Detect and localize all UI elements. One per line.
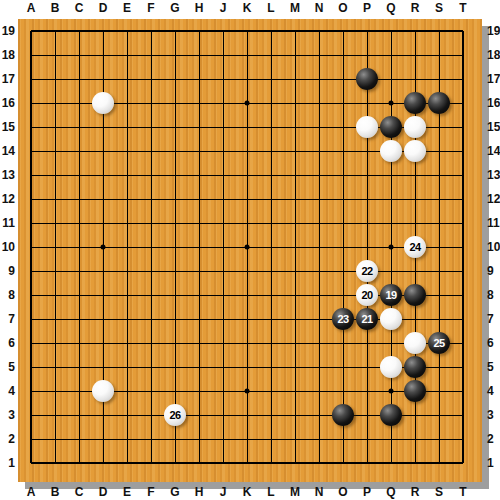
coord-label-bottom-K: K — [237, 485, 257, 499]
coord-label-bottom-B: B — [45, 485, 65, 499]
stone-black-Q15[interactable] — [380, 116, 402, 138]
coord-label-right-16: 16 — [487, 96, 500, 110]
coord-label-right-6: 6 — [487, 336, 500, 350]
coord-label-top-L: L — [261, 1, 281, 15]
coord-label-top-C: C — [69, 1, 89, 15]
coord-label-left-4: 4 — [0, 384, 15, 398]
coord-label-right-1: 1 — [487, 456, 500, 470]
coord-label-left-14: 14 — [0, 144, 15, 158]
coord-label-right-18: 18 — [487, 48, 500, 62]
coord-label-bottom-J: J — [213, 485, 233, 499]
coord-label-top-K: K — [237, 1, 257, 15]
star-point-Q16 — [389, 101, 394, 106]
star-point-Q10 — [389, 245, 394, 250]
coord-label-left-9: 9 — [0, 264, 15, 278]
coord-label-bottom-S: S — [429, 485, 449, 499]
coord-label-left-6: 6 — [0, 336, 15, 350]
stone-white-R6[interactable] — [404, 332, 426, 354]
coord-label-right-4: 4 — [487, 384, 500, 398]
move-number-label: 21 — [356, 308, 378, 330]
move-number-label: 23 — [332, 308, 354, 330]
coord-label-right-10: 10 — [487, 240, 500, 254]
coord-label-bottom-E: E — [117, 485, 137, 499]
move-number-label: 25 — [428, 332, 450, 354]
stone-black-P7[interactable]: 21 — [356, 308, 378, 330]
star-point-Q4 — [389, 389, 394, 394]
star-point-K16 — [245, 101, 250, 106]
coord-label-top-A: A — [21, 1, 41, 15]
coord-label-bottom-F: F — [141, 485, 161, 499]
coord-label-right-13: 13 — [487, 168, 500, 182]
coord-label-left-13: 13 — [0, 168, 15, 182]
coord-label-bottom-N: N — [309, 485, 329, 499]
coord-label-bottom-P: P — [357, 485, 377, 499]
move-number-label: 22 — [356, 260, 378, 282]
coord-label-top-F: F — [141, 1, 161, 15]
coord-label-left-19: 19 — [0, 24, 15, 38]
coord-label-right-15: 15 — [487, 120, 500, 134]
move-number-label: 24 — [404, 236, 426, 258]
coord-label-top-E: E — [117, 1, 137, 15]
coord-label-bottom-L: L — [261, 485, 281, 499]
star-point-K10 — [245, 245, 250, 250]
stone-black-S6[interactable]: 25 — [428, 332, 450, 354]
stone-white-R15[interactable] — [404, 116, 426, 138]
coord-label-bottom-D: D — [93, 485, 113, 499]
coord-label-bottom-C: C — [69, 485, 89, 499]
stone-black-O7[interactable]: 23 — [332, 308, 354, 330]
stone-white-R10[interactable]: 24 — [404, 236, 426, 258]
move-number-label: 20 — [356, 284, 378, 306]
coord-label-left-17: 17 — [0, 72, 15, 86]
stone-black-Q8[interactable]: 19 — [380, 284, 402, 306]
stone-white-P8[interactable]: 20 — [356, 284, 378, 306]
stone-white-G3[interactable]: 26 — [164, 404, 186, 426]
coord-label-top-M: M — [285, 1, 305, 15]
stone-black-R16[interactable] — [404, 92, 426, 114]
stone-black-R4[interactable] — [404, 380, 426, 402]
coord-label-bottom-H: H — [189, 485, 209, 499]
coord-label-right-11: 11 — [487, 216, 500, 230]
stone-black-Q3[interactable] — [380, 404, 402, 426]
stone-white-D16[interactable] — [92, 92, 114, 114]
stone-black-O3[interactable] — [332, 404, 354, 426]
coord-label-right-12: 12 — [487, 192, 500, 206]
coord-label-right-3: 3 — [487, 408, 500, 422]
coord-label-top-R: R — [405, 1, 425, 15]
stone-white-Q14[interactable] — [380, 140, 402, 162]
coord-label-left-12: 12 — [0, 192, 15, 206]
star-point-K4 — [245, 389, 250, 394]
coord-label-left-18: 18 — [0, 48, 15, 62]
move-number-label: 26 — [164, 404, 186, 426]
stone-white-P9[interactable]: 22 — [356, 260, 378, 282]
coord-label-right-17: 17 — [487, 72, 500, 86]
coord-label-right-8: 8 — [487, 288, 500, 302]
stone-white-D4[interactable] — [92, 380, 114, 402]
stone-black-R5[interactable] — [404, 356, 426, 378]
coord-label-left-11: 11 — [0, 216, 15, 230]
coord-label-left-3: 3 — [0, 408, 15, 422]
coord-label-right-9: 9 — [487, 264, 500, 278]
coord-label-right-2: 2 — [487, 432, 500, 446]
coord-label-left-15: 15 — [0, 120, 15, 134]
coord-label-top-G: G — [165, 1, 185, 15]
stone-black-S16[interactable] — [428, 92, 450, 114]
move-number-label: 19 — [380, 284, 402, 306]
coord-label-bottom-G: G — [165, 485, 185, 499]
coord-label-top-Q: Q — [381, 1, 401, 15]
coord-label-top-O: O — [333, 1, 353, 15]
coord-label-top-N: N — [309, 1, 329, 15]
stone-white-Q5[interactable] — [380, 356, 402, 378]
coord-label-top-T: T — [453, 1, 473, 15]
stone-black-P17[interactable] — [356, 68, 378, 90]
coord-label-bottom-T: T — [453, 485, 473, 499]
stone-white-Q7[interactable] — [380, 308, 402, 330]
coord-label-top-P: P — [357, 1, 377, 15]
coord-label-bottom-M: M — [285, 485, 305, 499]
coord-label-bottom-O: O — [333, 485, 353, 499]
coord-label-bottom-R: R — [405, 485, 425, 499]
coord-label-top-S: S — [429, 1, 449, 15]
coord-label-left-8: 8 — [0, 288, 15, 302]
coord-label-left-1: 1 — [0, 456, 15, 470]
coord-label-right-5: 5 — [487, 360, 500, 374]
coord-label-bottom-A: A — [21, 485, 41, 499]
coord-label-left-5: 5 — [0, 360, 15, 374]
coord-label-right-7: 7 — [487, 312, 500, 326]
coord-label-left-7: 7 — [0, 312, 15, 326]
star-point-D10 — [101, 245, 106, 250]
coord-label-top-D: D — [93, 1, 113, 15]
stone-black-R8[interactable] — [404, 284, 426, 306]
coord-label-top-J: J — [213, 1, 233, 15]
coord-label-right-14: 14 — [487, 144, 500, 158]
go-diagram: AABBCCDDEEFFGGHHJJKKLLMMNNOOPPQQRRSSTT19… — [0, 0, 500, 500]
coord-label-left-16: 16 — [0, 96, 15, 110]
coord-label-right-19: 19 — [487, 24, 500, 38]
stone-white-R14[interactable] — [404, 140, 426, 162]
coord-label-top-B: B — [45, 1, 65, 15]
coord-label-top-H: H — [189, 1, 209, 15]
coord-label-left-10: 10 — [0, 240, 15, 254]
stone-white-P15[interactable] — [356, 116, 378, 138]
coord-label-bottom-Q: Q — [381, 485, 401, 499]
coord-label-left-2: 2 — [0, 432, 15, 446]
